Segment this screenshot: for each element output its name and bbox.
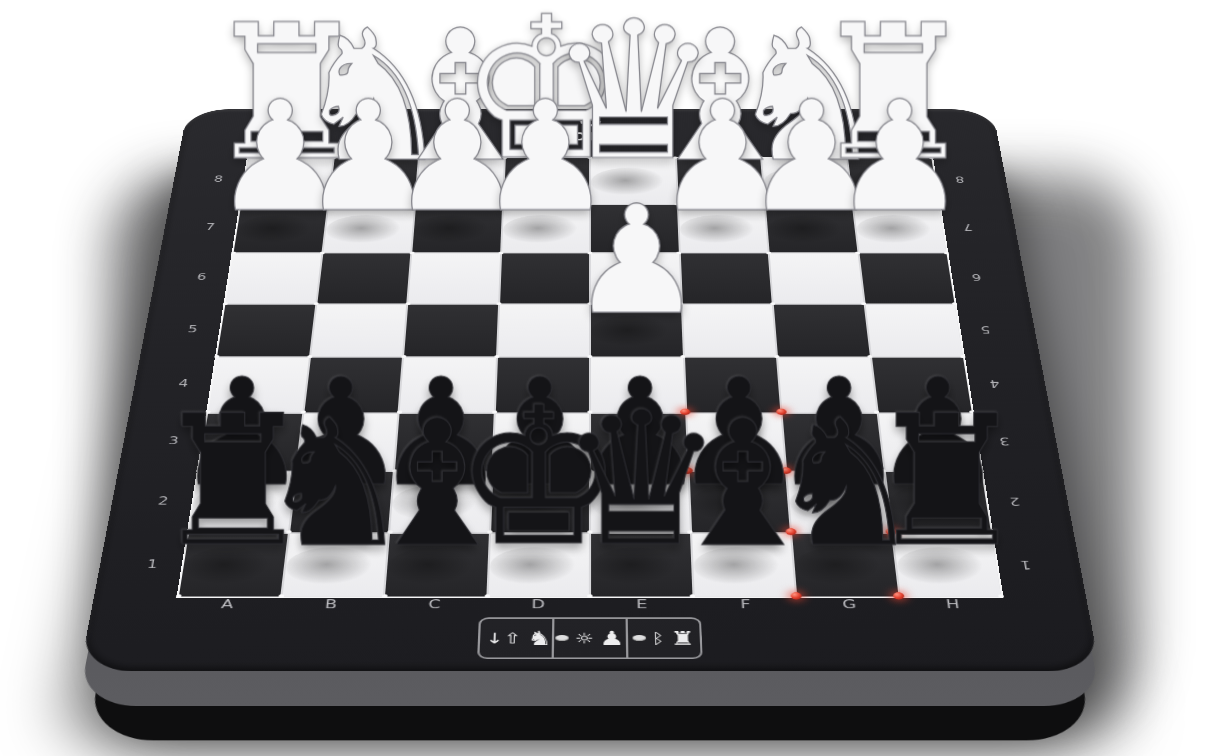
white-pawn[interactable]: ♟	[389, 81, 526, 234]
rook-icon: ♜	[670, 628, 696, 647]
white-knight[interactable]: ♞	[726, 6, 888, 187]
square-c6[interactable]	[408, 253, 499, 303]
piece-shadow	[849, 168, 929, 196]
rank-label-left-6: 6	[184, 272, 219, 282]
rank-label-right-5: 5	[968, 324, 1003, 335]
grid-corner-dot	[588, 302, 593, 305]
rank-label-left-5: 5	[175, 324, 210, 335]
square-h8[interactable]: ♜	[848, 158, 939, 204]
button-led	[633, 635, 647, 641]
rank-label-right-8: 8	[943, 175, 976, 184]
grid-corner-dot	[844, 156, 849, 159]
piece-shadow	[243, 168, 323, 196]
square-d8[interactable]: ♚	[504, 158, 590, 204]
piece-shadow	[677, 168, 755, 196]
grid-corner-dot	[279, 594, 285, 598]
white-pawn[interactable]: ♟	[212, 81, 349, 234]
square-h7[interactable]: ♟	[853, 205, 946, 253]
white-pawn[interactable]: ♟	[743, 81, 880, 234]
led-indicator	[892, 592, 904, 599]
square-f7[interactable]: ♟	[678, 205, 767, 253]
grid-corner-dot	[500, 203, 505, 206]
control-panel: ↓⇧ ♞ ☼ ♟ ᛒ ♜	[477, 617, 703, 659]
bluetooth-icon: ᛒ	[652, 631, 665, 646]
grid-corner-dot	[409, 251, 414, 254]
knight-icon: ♞	[527, 628, 552, 647]
white-pawn[interactable]: ♟	[300, 81, 437, 234]
square-h6[interactable]	[859, 253, 954, 303]
square-a1[interactable]: ♜	[179, 533, 287, 596]
grid-corner-dot	[587, 594, 593, 598]
square-a8[interactable]: ♜	[241, 158, 332, 204]
square-a6[interactable]	[226, 253, 321, 303]
grid-corner-dot	[944, 251, 949, 254]
square-a7[interactable]: ♟	[234, 205, 327, 253]
grid-corner-dot	[758, 156, 763, 159]
square-b8[interactable]: ♞	[329, 158, 418, 204]
grid-corner-dot	[770, 302, 775, 305]
square-c8[interactable]: ♝	[416, 158, 503, 204]
black-rook[interactable]: ♜	[152, 392, 313, 572]
piece-shadow	[591, 168, 668, 196]
white-bishop[interactable]: ♝	[639, 6, 801, 187]
piece-shadow	[504, 168, 581, 196]
grid-corner-dot	[498, 251, 503, 254]
piece-shadow	[413, 215, 493, 245]
file-label-h: H	[933, 597, 973, 611]
perspective-space: eONE ♜♞♝♚♛♝♞♜♟♟♟♟♟♟♟♟♟♟♟♟♟♟♟♟♜♞♝♚♛♝♞♜ ↓⇧…	[0, 0, 1214, 756]
piece-shadow	[324, 215, 405, 245]
white-pawn[interactable]: ♟	[569, 186, 703, 336]
grid-corner-dot	[766, 251, 771, 254]
brightness-button[interactable]: ☼ ♟	[552, 619, 626, 658]
grid-corner-dot	[952, 302, 957, 305]
square-g8[interactable]: ♞	[762, 158, 851, 204]
grid-corner-dot	[762, 203, 767, 206]
rank-label-right-6: 6	[959, 272, 994, 282]
piece-shadow	[502, 215, 581, 245]
file-label-g: G	[830, 597, 869, 611]
square-f8[interactable]: ♝	[676, 158, 763, 204]
white-king[interactable]: ♚	[458, 0, 634, 187]
square-e6[interactable]	[591, 253, 680, 303]
led-indicator	[790, 592, 802, 599]
piece-shadow	[854, 215, 936, 245]
file-label-c: C	[415, 597, 453, 611]
white-queen[interactable]: ♛	[548, 0, 719, 187]
grid-corner-dot	[690, 594, 696, 598]
square-d6[interactable]	[500, 253, 589, 303]
black-queen[interactable]: ♛	[558, 387, 723, 572]
brand-logo: eONE	[554, 117, 626, 143]
grid-corner-dot	[675, 203, 680, 206]
button-led	[556, 635, 570, 641]
level-button[interactable]: ↓⇧ ♞	[479, 619, 552, 658]
chess-board: ♜♞♝♚♛♝♞♜♟♟♟♟♟♟♟♟♟♟♟♟♟♟♟♟♜♞♝♚♛♝♞♜	[176, 157, 1003, 598]
piece-shadow	[767, 215, 848, 245]
file-label-b: B	[311, 597, 350, 611]
up-down-arrows-icon: ↓⇧	[485, 631, 521, 646]
grid-corner-dot	[588, 156, 593, 159]
grid-corner-dot	[231, 251, 236, 254]
grid-corner-dot	[496, 302, 501, 305]
grid-corner-dot	[413, 203, 418, 206]
grid-corner-dot	[679, 302, 684, 305]
bluetooth-button[interactable]: ᛒ ♜	[626, 619, 701, 658]
grid-corner-dot	[332, 156, 337, 159]
white-pawn[interactable]: ♟	[832, 81, 969, 234]
piece-shadow	[679, 215, 759, 245]
file-label-d: D	[519, 597, 557, 611]
square-h1[interactable]: ♜	[893, 533, 1001, 596]
square-f6[interactable]	[680, 253, 771, 303]
white-pawn[interactable]: ♟	[654, 81, 791, 234]
file-label-e: E	[623, 597, 661, 611]
grid-corner-dot	[176, 594, 182, 598]
grid-corner-dot	[588, 251, 593, 254]
white-knight[interactable]: ♞	[292, 6, 454, 187]
file-label-f: F	[726, 597, 764, 611]
white-pawn[interactable]: ♟	[477, 81, 614, 234]
piece-shadow	[235, 215, 317, 245]
rank-label-left-8: 8	[202, 175, 235, 184]
brightness-icon: ☼	[575, 631, 594, 646]
square-e8[interactable]: ♛	[591, 158, 677, 204]
grid-corner-dot	[929, 156, 934, 159]
grid-corner-dot	[326, 203, 331, 206]
white-rook[interactable]: ♜	[203, 1, 370, 187]
piece-shadow	[591, 315, 673, 347]
grid-corner-dot	[246, 156, 251, 159]
square-e7[interactable]	[591, 205, 678, 253]
grid-corner-dot	[998, 594, 1004, 598]
grid-corner-dot	[855, 251, 860, 254]
file-label-a: A	[207, 597, 247, 611]
millennium-logo-icon	[576, 117, 603, 129]
eone-product-photo: eONE ♜♞♝♚♛♝♞♜♟♟♟♟♟♟♟♟♟♟♟♟♟♟♟♟♜♞♝♚♛♝♞♜ ↓⇧…	[0, 0, 1214, 756]
grid-corner-dot	[588, 203, 593, 206]
black-rook[interactable]: ♜	[867, 392, 1028, 572]
grid-corner-dot	[382, 594, 388, 598]
logo-text: eONE	[554, 130, 626, 143]
square-g7[interactable]: ♟	[766, 205, 857, 253]
grid-corner-dot	[673, 156, 678, 159]
grid-corner-dot	[861, 302, 866, 305]
pawn-icon: ♟	[599, 628, 624, 647]
square-b6[interactable]	[317, 253, 410, 303]
grid-corner-dot	[484, 594, 490, 598]
grid-corner-dot	[405, 302, 410, 305]
grid-corner-dot	[239, 203, 244, 206]
grid-corner-dot	[502, 156, 507, 159]
square-g6[interactable]	[770, 253, 863, 303]
piece-shadow	[417, 168, 495, 196]
square-d7[interactable]: ♟	[502, 205, 589, 253]
square-e1[interactable]: ♛	[591, 533, 692, 596]
grid-corner-dot	[849, 203, 854, 206]
square-c7[interactable]: ♟	[412, 205, 501, 253]
grid-corner-dot	[677, 251, 682, 254]
white-rook[interactable]: ♜	[810, 1, 977, 187]
grid-corner-dot	[936, 203, 941, 206]
rank-label-right-7: 7	[951, 222, 985, 232]
piece-shadow	[330, 168, 409, 196]
grid-corner-dot	[314, 302, 319, 305]
white-bishop[interactable]: ♝	[379, 6, 541, 187]
grid-corner-dot	[223, 302, 228, 305]
grid-corner-dot	[417, 156, 422, 159]
square-b7[interactable]: ♟	[323, 205, 414, 253]
rank-label-left-7: 7	[193, 222, 227, 232]
grid-corner-dot	[320, 251, 325, 254]
piece-shadow	[763, 168, 842, 196]
eone-chess-computer: eONE ♜♞♝♚♛♝♞♜♟♟♟♟♟♟♟♟♟♟♟♟♟♟♟♟♜♞♝♚♛♝♞♜ ↓⇧…	[80, 109, 1101, 671]
